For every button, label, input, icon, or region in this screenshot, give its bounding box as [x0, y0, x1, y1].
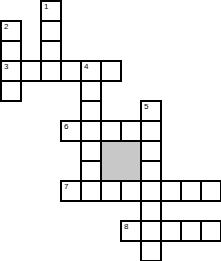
cell-r6c3[interactable]: 6 [60, 120, 82, 142]
cell-r9c3[interactable]: 7 [60, 180, 82, 202]
cell-r0c2[interactable]: 1 [40, 0, 62, 22]
cell-r3c3[interactable] [60, 60, 82, 82]
cell-r6c4[interactable] [80, 120, 102, 142]
cell-r1c2[interactable] [40, 20, 62, 42]
cell-r6c5[interactable] [100, 120, 122, 142]
cell-r9c9[interactable] [180, 180, 202, 202]
cell-r3c0[interactable]: 3 [0, 60, 22, 82]
cell-r9c6[interactable] [120, 180, 142, 202]
cell-r9c8[interactable] [160, 180, 182, 202]
cell-r3c2[interactable] [40, 60, 62, 82]
clue-number-5: 5 [144, 102, 148, 111]
cell-r9c4[interactable] [80, 180, 102, 202]
clue-number-2: 2 [4, 22, 8, 31]
cell-r9c10[interactable] [200, 180, 221, 202]
cell-r8c7[interactable] [140, 160, 162, 182]
cell-r2c2[interactable] [40, 40, 62, 62]
cell-r6c6[interactable] [120, 120, 142, 142]
clue-number-1: 1 [44, 2, 48, 11]
cell-r4c4[interactable] [80, 80, 102, 102]
cell-r9c7[interactable] [140, 180, 162, 202]
clue-number-7: 7 [64, 182, 68, 191]
cell-r11c7[interactable] [140, 220, 162, 242]
cell-r5c7[interactable]: 5 [140, 100, 162, 122]
cell-r10c7[interactable] [140, 200, 162, 222]
crossword-grid: 12345678 [0, 0, 221, 261]
cell-r2c0[interactable] [0, 40, 22, 62]
cell-r1c0[interactable]: 2 [0, 20, 22, 42]
cell-r11c6[interactable]: 8 [120, 220, 142, 242]
clue-number-6: 6 [64, 122, 68, 131]
cell-r11c10[interactable] [200, 220, 221, 242]
cell-r9c5[interactable] [100, 180, 122, 202]
cell-r11c9[interactable] [180, 220, 202, 242]
clue-number-3: 3 [4, 62, 8, 71]
shaded-block [100, 140, 142, 182]
cell-r12c7[interactable] [140, 240, 162, 261]
clue-number-8: 8 [124, 222, 128, 231]
clue-number-4: 4 [84, 62, 88, 71]
cell-r4c0[interactable] [0, 80, 22, 102]
cell-r5c4[interactable] [80, 100, 102, 122]
cell-r7c4[interactable] [80, 140, 102, 162]
cell-r11c8[interactable] [160, 220, 182, 242]
cell-r3c5[interactable] [100, 60, 122, 82]
cell-r3c4[interactable]: 4 [80, 60, 102, 82]
cell-r3c1[interactable] [20, 60, 42, 82]
cell-r7c7[interactable] [140, 140, 162, 162]
cell-r6c7[interactable] [140, 120, 162, 142]
cell-r8c4[interactable] [80, 160, 102, 182]
